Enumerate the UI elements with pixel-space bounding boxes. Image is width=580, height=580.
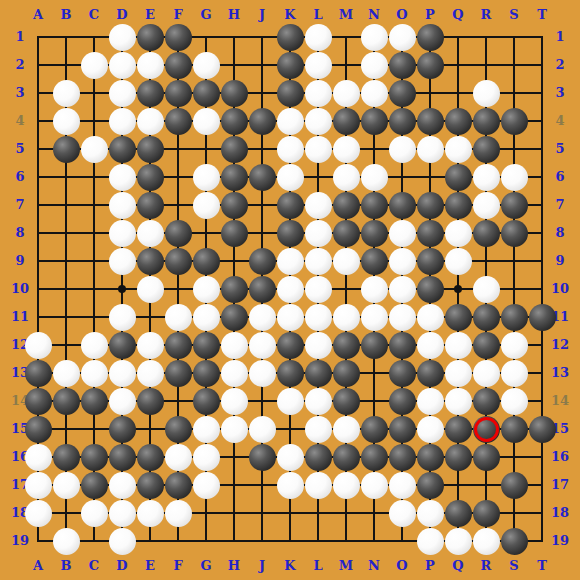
intersection-B9[interactable]: [52, 247, 80, 275]
intersection-Q4[interactable]: [444, 107, 472, 135]
intersection-R12[interactable]: [472, 331, 500, 359]
intersection-K7[interactable]: [276, 191, 304, 219]
intersection-K6[interactable]: [276, 163, 304, 191]
intersection-K15[interactable]: [276, 415, 304, 443]
intersection-B14[interactable]: [52, 387, 80, 415]
intersection-B6[interactable]: [52, 163, 80, 191]
intersection-L17[interactable]: [304, 471, 332, 499]
intersection-F11[interactable]: [164, 303, 192, 331]
intersection-M1[interactable]: [332, 23, 360, 51]
intersection-L8[interactable]: [304, 219, 332, 247]
intersection-P9[interactable]: [416, 247, 444, 275]
intersection-M9[interactable]: [332, 247, 360, 275]
intersection-O10[interactable]: [388, 275, 416, 303]
intersection-Q17[interactable]: [444, 471, 472, 499]
intersection-J18[interactable]: [248, 499, 276, 527]
intersection-B1[interactable]: [52, 23, 80, 51]
intersection-D18[interactable]: [108, 499, 136, 527]
intersection-D12[interactable]: [108, 331, 136, 359]
intersection-H19[interactable]: [220, 527, 248, 555]
intersection-F3[interactable]: [164, 79, 192, 107]
intersection-E15[interactable]: [136, 415, 164, 443]
intersection-R1[interactable]: [472, 23, 500, 51]
intersection-N16[interactable]: [360, 443, 388, 471]
intersection-Q5[interactable]: [444, 135, 472, 163]
intersection-J15[interactable]: [248, 415, 276, 443]
intersection-H17[interactable]: [220, 471, 248, 499]
intersection-H6[interactable]: [220, 163, 248, 191]
intersection-J3[interactable]: [248, 79, 276, 107]
intersection-F2[interactable]: [164, 51, 192, 79]
intersection-E16[interactable]: [136, 443, 164, 471]
intersection-E18[interactable]: [136, 499, 164, 527]
intersection-G19[interactable]: [192, 527, 220, 555]
go-board[interactable]: [24, 23, 556, 555]
intersection-O3[interactable]: [388, 79, 416, 107]
intersection-N11[interactable]: [360, 303, 388, 331]
intersection-Q16[interactable]: [444, 443, 472, 471]
intersection-K17[interactable]: [276, 471, 304, 499]
intersection-M8[interactable]: [332, 219, 360, 247]
intersection-F9[interactable]: [164, 247, 192, 275]
intersection-O16[interactable]: [388, 443, 416, 471]
intersection-G15[interactable]: [192, 415, 220, 443]
intersection-D13[interactable]: [108, 359, 136, 387]
intersection-E5[interactable]: [136, 135, 164, 163]
intersection-Q19[interactable]: [444, 527, 472, 555]
intersection-C15[interactable]: [80, 415, 108, 443]
intersection-S18[interactable]: [500, 499, 528, 527]
intersection-M17[interactable]: [332, 471, 360, 499]
intersection-M15[interactable]: [332, 415, 360, 443]
intersection-L1[interactable]: [304, 23, 332, 51]
intersection-B18[interactable]: [52, 499, 80, 527]
intersection-P18[interactable]: [416, 499, 444, 527]
intersection-Q14[interactable]: [444, 387, 472, 415]
intersection-C2[interactable]: [80, 51, 108, 79]
intersection-B16[interactable]: [52, 443, 80, 471]
intersection-F8[interactable]: [164, 219, 192, 247]
intersection-Q8[interactable]: [444, 219, 472, 247]
intersection-R10[interactable]: [472, 275, 500, 303]
intersection-D19[interactable]: [108, 527, 136, 555]
intersection-N3[interactable]: [360, 79, 388, 107]
intersection-K8[interactable]: [276, 219, 304, 247]
intersection-C19[interactable]: [80, 527, 108, 555]
intersection-E17[interactable]: [136, 471, 164, 499]
intersection-G10[interactable]: [192, 275, 220, 303]
intersection-O18[interactable]: [388, 499, 416, 527]
intersection-J4[interactable]: [248, 107, 276, 135]
intersection-J7[interactable]: [248, 191, 276, 219]
intersection-N15[interactable]: [360, 415, 388, 443]
intersection-J9[interactable]: [248, 247, 276, 275]
intersection-D17[interactable]: [108, 471, 136, 499]
intersection-S8[interactable]: [500, 219, 528, 247]
intersection-R13[interactable]: [472, 359, 500, 387]
intersection-M16[interactable]: [332, 443, 360, 471]
intersection-H12[interactable]: [220, 331, 248, 359]
intersection-O9[interactable]: [388, 247, 416, 275]
intersection-F7[interactable]: [164, 191, 192, 219]
intersection-H14[interactable]: [220, 387, 248, 415]
intersection-N6[interactable]: [360, 163, 388, 191]
intersection-A13[interactable]: [24, 359, 52, 387]
intersection-L10[interactable]: [304, 275, 332, 303]
intersection-E14[interactable]: [136, 387, 164, 415]
intersection-L15[interactable]: [304, 415, 332, 443]
intersection-L14[interactable]: [304, 387, 332, 415]
intersection-J10[interactable]: [248, 275, 276, 303]
intersection-N7[interactable]: [360, 191, 388, 219]
intersection-S19[interactable]: [500, 527, 528, 555]
intersection-B10[interactable]: [52, 275, 80, 303]
intersection-M3[interactable]: [332, 79, 360, 107]
intersection-Q10[interactable]: [444, 275, 472, 303]
intersection-K14[interactable]: [276, 387, 304, 415]
intersection-P1[interactable]: [416, 23, 444, 51]
intersection-N12[interactable]: [360, 331, 388, 359]
intersection-G17[interactable]: [192, 471, 220, 499]
intersection-C6[interactable]: [80, 163, 108, 191]
intersection-F12[interactable]: [164, 331, 192, 359]
intersection-R19[interactable]: [472, 527, 500, 555]
intersection-R6[interactable]: [472, 163, 500, 191]
intersection-J1[interactable]: [248, 23, 276, 51]
intersection-D4[interactable]: [108, 107, 136, 135]
intersection-E10[interactable]: [136, 275, 164, 303]
intersection-K16[interactable]: [276, 443, 304, 471]
intersection-E2[interactable]: [136, 51, 164, 79]
intersection-O12[interactable]: [388, 331, 416, 359]
intersection-G2[interactable]: [192, 51, 220, 79]
intersection-G18[interactable]: [192, 499, 220, 527]
intersection-O6[interactable]: [388, 163, 416, 191]
intersection-Q18[interactable]: [444, 499, 472, 527]
intersection-K9[interactable]: [276, 247, 304, 275]
intersection-T15[interactable]: [528, 415, 556, 443]
intersection-O7[interactable]: [388, 191, 416, 219]
intersection-E4[interactable]: [136, 107, 164, 135]
intersection-N14[interactable]: [360, 387, 388, 415]
intersection-N19[interactable]: [360, 527, 388, 555]
intersection-K4[interactable]: [276, 107, 304, 135]
intersection-J6[interactable]: [248, 163, 276, 191]
intersection-S1[interactable]: [500, 23, 528, 51]
intersection-H7[interactable]: [220, 191, 248, 219]
intersection-E7[interactable]: [136, 191, 164, 219]
intersection-J8[interactable]: [248, 219, 276, 247]
intersection-N17[interactable]: [360, 471, 388, 499]
intersection-P14[interactable]: [416, 387, 444, 415]
intersection-B12[interactable]: [52, 331, 80, 359]
intersection-P7[interactable]: [416, 191, 444, 219]
intersection-M5[interactable]: [332, 135, 360, 163]
intersection-M12[interactable]: [332, 331, 360, 359]
intersection-B19[interactable]: [52, 527, 80, 555]
intersection-E13[interactable]: [136, 359, 164, 387]
intersection-P8[interactable]: [416, 219, 444, 247]
intersection-G9[interactable]: [192, 247, 220, 275]
intersection-D7[interactable]: [108, 191, 136, 219]
intersection-N9[interactable]: [360, 247, 388, 275]
intersection-O4[interactable]: [388, 107, 416, 135]
intersection-Q1[interactable]: [444, 23, 472, 51]
intersection-E19[interactable]: [136, 527, 164, 555]
intersection-O2[interactable]: [388, 51, 416, 79]
intersection-S6[interactable]: [500, 163, 528, 191]
intersection-R15[interactable]: [472, 415, 500, 443]
intersection-L3[interactable]: [304, 79, 332, 107]
intersection-K12[interactable]: [276, 331, 304, 359]
intersection-D1[interactable]: [108, 23, 136, 51]
intersection-D14[interactable]: [108, 387, 136, 415]
intersection-E12[interactable]: [136, 331, 164, 359]
intersection-B8[interactable]: [52, 219, 80, 247]
intersection-E3[interactable]: [136, 79, 164, 107]
intersection-D5[interactable]: [108, 135, 136, 163]
intersection-C18[interactable]: [80, 499, 108, 527]
intersection-G6[interactable]: [192, 163, 220, 191]
intersection-G13[interactable]: [192, 359, 220, 387]
intersection-C8[interactable]: [80, 219, 108, 247]
intersection-F6[interactable]: [164, 163, 192, 191]
intersection-F13[interactable]: [164, 359, 192, 387]
intersection-M10[interactable]: [332, 275, 360, 303]
intersection-H4[interactable]: [220, 107, 248, 135]
intersection-L16[interactable]: [304, 443, 332, 471]
intersection-D11[interactable]: [108, 303, 136, 331]
intersection-B2[interactable]: [52, 51, 80, 79]
intersection-H3[interactable]: [220, 79, 248, 107]
intersection-P11[interactable]: [416, 303, 444, 331]
intersection-J17[interactable]: [248, 471, 276, 499]
intersection-R16[interactable]: [472, 443, 500, 471]
intersection-N8[interactable]: [360, 219, 388, 247]
intersection-D3[interactable]: [108, 79, 136, 107]
intersection-H8[interactable]: [220, 219, 248, 247]
intersection-S16[interactable]: [500, 443, 528, 471]
intersection-L13[interactable]: [304, 359, 332, 387]
intersection-H13[interactable]: [220, 359, 248, 387]
intersection-P3[interactable]: [416, 79, 444, 107]
intersection-J12[interactable]: [248, 331, 276, 359]
intersection-G7[interactable]: [192, 191, 220, 219]
intersection-L19[interactable]: [304, 527, 332, 555]
intersection-R14[interactable]: [472, 387, 500, 415]
intersection-Q9[interactable]: [444, 247, 472, 275]
intersection-F14[interactable]: [164, 387, 192, 415]
intersection-K18[interactable]: [276, 499, 304, 527]
intersection-R11[interactable]: [472, 303, 500, 331]
intersection-S9[interactable]: [500, 247, 528, 275]
intersection-D6[interactable]: [108, 163, 136, 191]
intersection-K5[interactable]: [276, 135, 304, 163]
intersection-O17[interactable]: [388, 471, 416, 499]
intersection-A18[interactable]: [24, 499, 52, 527]
intersection-O8[interactable]: [388, 219, 416, 247]
intersection-F10[interactable]: [164, 275, 192, 303]
intersection-Q7[interactable]: [444, 191, 472, 219]
intersection-Q2[interactable]: [444, 51, 472, 79]
intersection-L2[interactable]: [304, 51, 332, 79]
intersection-K2[interactable]: [276, 51, 304, 79]
intersection-H15[interactable]: [220, 415, 248, 443]
intersection-E6[interactable]: [136, 163, 164, 191]
intersection-N5[interactable]: [360, 135, 388, 163]
intersection-O13[interactable]: [388, 359, 416, 387]
intersection-P12[interactable]: [416, 331, 444, 359]
intersection-S10[interactable]: [500, 275, 528, 303]
intersection-G1[interactable]: [192, 23, 220, 51]
intersection-P5[interactable]: [416, 135, 444, 163]
intersection-K3[interactable]: [276, 79, 304, 107]
intersection-F4[interactable]: [164, 107, 192, 135]
intersection-O1[interactable]: [388, 23, 416, 51]
intersection-J16[interactable]: [248, 443, 276, 471]
intersection-H9[interactable]: [220, 247, 248, 275]
intersection-A15[interactable]: [24, 415, 52, 443]
intersection-C7[interactable]: [80, 191, 108, 219]
intersection-G16[interactable]: [192, 443, 220, 471]
intersection-R2[interactable]: [472, 51, 500, 79]
intersection-N1[interactable]: [360, 23, 388, 51]
intersection-P13[interactable]: [416, 359, 444, 387]
intersection-M7[interactable]: [332, 191, 360, 219]
intersection-L7[interactable]: [304, 191, 332, 219]
intersection-D15[interactable]: [108, 415, 136, 443]
intersection-B5[interactable]: [52, 135, 80, 163]
intersection-G5[interactable]: [192, 135, 220, 163]
intersection-M19[interactable]: [332, 527, 360, 555]
intersection-J2[interactable]: [248, 51, 276, 79]
intersection-S13[interactable]: [500, 359, 528, 387]
intersection-L5[interactable]: [304, 135, 332, 163]
intersection-N10[interactable]: [360, 275, 388, 303]
intersection-C9[interactable]: [80, 247, 108, 275]
intersection-F1[interactable]: [164, 23, 192, 51]
intersection-A16[interactable]: [24, 443, 52, 471]
intersection-D2[interactable]: [108, 51, 136, 79]
intersection-H18[interactable]: [220, 499, 248, 527]
intersection-A17[interactable]: [24, 471, 52, 499]
intersection-J11[interactable]: [248, 303, 276, 331]
intersection-N4[interactable]: [360, 107, 388, 135]
intersection-C4[interactable]: [80, 107, 108, 135]
intersection-C17[interactable]: [80, 471, 108, 499]
intersection-P2[interactable]: [416, 51, 444, 79]
intersection-L4[interactable]: [304, 107, 332, 135]
intersection-S2[interactable]: [500, 51, 528, 79]
intersection-C16[interactable]: [80, 443, 108, 471]
intersection-D8[interactable]: [108, 219, 136, 247]
intersection-L18[interactable]: [304, 499, 332, 527]
intersection-S3[interactable]: [500, 79, 528, 107]
intersection-Q3[interactable]: [444, 79, 472, 107]
intersection-Q11[interactable]: [444, 303, 472, 331]
intersection-G4[interactable]: [192, 107, 220, 135]
intersection-R5[interactable]: [472, 135, 500, 163]
intersection-M14[interactable]: [332, 387, 360, 415]
intersection-B3[interactable]: [52, 79, 80, 107]
intersection-F5[interactable]: [164, 135, 192, 163]
intersection-E8[interactable]: [136, 219, 164, 247]
intersection-M4[interactable]: [332, 107, 360, 135]
intersection-L12[interactable]: [304, 331, 332, 359]
intersection-H11[interactable]: [220, 303, 248, 331]
intersection-L9[interactable]: [304, 247, 332, 275]
intersection-O15[interactable]: [388, 415, 416, 443]
intersection-Q6[interactable]: [444, 163, 472, 191]
intersection-S12[interactable]: [500, 331, 528, 359]
intersection-H5[interactable]: [220, 135, 248, 163]
intersection-P19[interactable]: [416, 527, 444, 555]
intersection-N13[interactable]: [360, 359, 388, 387]
intersection-Q15[interactable]: [444, 415, 472, 443]
intersection-S5[interactable]: [500, 135, 528, 163]
intersection-R9[interactable]: [472, 247, 500, 275]
intersection-G11[interactable]: [192, 303, 220, 331]
intersection-H2[interactable]: [220, 51, 248, 79]
intersection-S14[interactable]: [500, 387, 528, 415]
intersection-C11[interactable]: [80, 303, 108, 331]
intersection-C3[interactable]: [80, 79, 108, 107]
intersection-K10[interactable]: [276, 275, 304, 303]
intersection-G3[interactable]: [192, 79, 220, 107]
intersection-P10[interactable]: [416, 275, 444, 303]
intersection-O19[interactable]: [388, 527, 416, 555]
intersection-M13[interactable]: [332, 359, 360, 387]
intersection-C12[interactable]: [80, 331, 108, 359]
intersection-R17[interactable]: [472, 471, 500, 499]
intersection-J13[interactable]: [248, 359, 276, 387]
intersection-C10[interactable]: [80, 275, 108, 303]
intersection-F17[interactable]: [164, 471, 192, 499]
intersection-H1[interactable]: [220, 23, 248, 51]
intersection-H10[interactable]: [220, 275, 248, 303]
intersection-S7[interactable]: [500, 191, 528, 219]
intersection-M6[interactable]: [332, 163, 360, 191]
intersection-B13[interactable]: [52, 359, 80, 387]
intersection-C14[interactable]: [80, 387, 108, 415]
intersection-F18[interactable]: [164, 499, 192, 527]
intersection-Q13[interactable]: [444, 359, 472, 387]
intersection-R4[interactable]: [472, 107, 500, 135]
intersection-P6[interactable]: [416, 163, 444, 191]
intersection-S17[interactable]: [500, 471, 528, 499]
intersection-L6[interactable]: [304, 163, 332, 191]
intersection-K11[interactable]: [276, 303, 304, 331]
intersection-P15[interactable]: [416, 415, 444, 443]
intersection-D10[interactable]: [108, 275, 136, 303]
intersection-R3[interactable]: [472, 79, 500, 107]
intersection-C13[interactable]: [80, 359, 108, 387]
intersection-O11[interactable]: [388, 303, 416, 331]
intersection-E1[interactable]: [136, 23, 164, 51]
intersection-E9[interactable]: [136, 247, 164, 275]
intersection-L11[interactable]: [304, 303, 332, 331]
intersection-R7[interactable]: [472, 191, 500, 219]
intersection-A14[interactable]: [24, 387, 52, 415]
intersection-C1[interactable]: [80, 23, 108, 51]
intersection-P17[interactable]: [416, 471, 444, 499]
intersection-B15[interactable]: [52, 415, 80, 443]
intersection-F16[interactable]: [164, 443, 192, 471]
intersection-N18[interactable]: [360, 499, 388, 527]
intersection-J14[interactable]: [248, 387, 276, 415]
intersection-N2[interactable]: [360, 51, 388, 79]
intersection-R8[interactable]: [472, 219, 500, 247]
